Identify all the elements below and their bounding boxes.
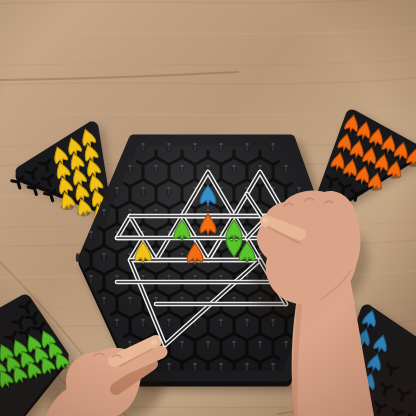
- triggle-scene: [0, 0, 416, 416]
- photo-vignette: [0, 0, 416, 416]
- scene-photo: [0, 0, 416, 416]
